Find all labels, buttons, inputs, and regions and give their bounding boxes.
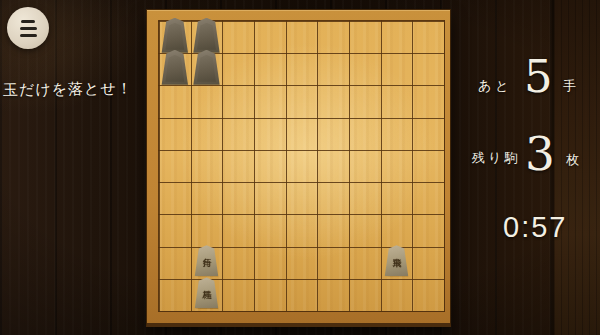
shogi-piece-rook[interactable]: 飛車 <box>384 245 409 276</box>
board-grid[interactable]: 角行桂馬飛車 <box>158 20 445 312</box>
shogi-piece-bishop[interactable]: 角行 <box>194 245 219 276</box>
objective-text: 玉だけを落とせ！ <box>3 79 143 100</box>
pieces-remaining-value: 3 <box>525 126 555 181</box>
hamburger-menu-icon <box>21 20 35 23</box>
moves-remaining-unit: 手 <box>563 77 580 95</box>
pieces-remaining-unit: 枚 <box>566 151 583 169</box>
menu-button[interactable] <box>7 7 49 49</box>
shogi-piece-face-down-piece[interactable] <box>161 50 189 85</box>
shogi-board: 角行桂馬飛車 <box>146 9 451 327</box>
moves-remaining-label: あと <box>478 77 513 95</box>
moves-remaining-value: 5 <box>524 50 553 103</box>
timer-display: 0:57 <box>503 211 567 244</box>
pieces-remaining-label: 残り駒 <box>472 149 520 167</box>
game-screen: 玉だけを落とせ！ 角行桂馬飛車 あと 5 手 残り駒 3 枚 0:57 <box>0 0 600 335</box>
shogi-piece-face-down-piece[interactable] <box>193 18 221 53</box>
shogi-piece-face-down-piece[interactable] <box>193 50 221 85</box>
shogi-piece-face-down-piece[interactable] <box>161 18 189 53</box>
shogi-piece-knight[interactable]: 桂馬 <box>194 277 219 308</box>
